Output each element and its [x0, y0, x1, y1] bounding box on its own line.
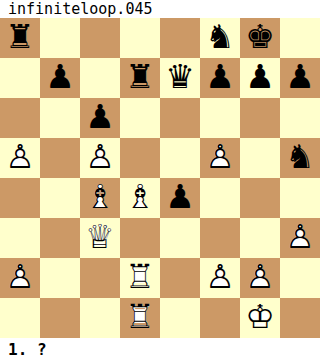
square-h1[interactable] — [280, 298, 320, 338]
black-pawn[interactable]: ♟ — [80, 98, 120, 138]
square-h6[interactable] — [280, 98, 320, 138]
black-pawn[interactable]: ♟ — [240, 58, 280, 98]
square-g3[interactable] — [240, 218, 280, 258]
white-pawn[interactable]: ♟♙ — [0, 258, 40, 298]
square-g6[interactable] — [240, 98, 280, 138]
square-c5[interactable]: ♟♙ — [80, 138, 120, 178]
square-c6[interactable]: ♟ — [80, 98, 120, 138]
square-h5[interactable]: ♞ — [280, 138, 320, 178]
white-pawn[interactable]: ♟♙ — [0, 138, 40, 178]
square-d8[interactable] — [120, 18, 160, 58]
move-prompt: 1. ? — [0, 338, 320, 360]
square-d6[interactable] — [120, 98, 160, 138]
puzzle-title: infiniteloop.045 — [0, 0, 320, 18]
square-b7[interactable]: ♟ — [40, 58, 80, 98]
square-a2[interactable]: ♟♙ — [0, 258, 40, 298]
square-b6[interactable] — [40, 98, 80, 138]
chess-board: ♜♞♚♟♜♛♟♟♟♟♟♙♟♙♟♙♞♝♗♝♗♟♛♕♟♙♟♙♜♖♟♙♟♙♜♖♚♔ — [0, 18, 320, 338]
square-c8[interactable] — [80, 18, 120, 58]
square-f8[interactable]: ♞ — [200, 18, 240, 58]
square-c4[interactable]: ♝♗ — [80, 178, 120, 218]
white-pawn[interactable]: ♟♙ — [240, 258, 280, 298]
square-e8[interactable] — [160, 18, 200, 58]
square-h2[interactable] — [280, 258, 320, 298]
black-knight[interactable]: ♞ — [200, 18, 240, 58]
square-g5[interactable] — [240, 138, 280, 178]
square-a7[interactable] — [0, 58, 40, 98]
black-rook[interactable]: ♜ — [120, 58, 160, 98]
square-b3[interactable] — [40, 218, 80, 258]
square-g7[interactable]: ♟ — [240, 58, 280, 98]
square-a6[interactable] — [0, 98, 40, 138]
square-d3[interactable] — [120, 218, 160, 258]
square-e2[interactable] — [160, 258, 200, 298]
square-b1[interactable] — [40, 298, 80, 338]
white-pawn[interactable]: ♟♙ — [280, 218, 320, 258]
square-g8[interactable]: ♚ — [240, 18, 280, 58]
square-e4[interactable]: ♟ — [160, 178, 200, 218]
square-d5[interactable] — [120, 138, 160, 178]
square-a5[interactable]: ♟♙ — [0, 138, 40, 178]
square-c1[interactable] — [80, 298, 120, 338]
black-pawn[interactable]: ♟ — [160, 178, 200, 218]
square-f4[interactable] — [200, 178, 240, 218]
square-e3[interactable] — [160, 218, 200, 258]
square-c7[interactable] — [80, 58, 120, 98]
square-g2[interactable]: ♟♙ — [240, 258, 280, 298]
square-b8[interactable] — [40, 18, 80, 58]
white-bishop[interactable]: ♝♗ — [80, 178, 120, 218]
square-f5[interactable]: ♟♙ — [200, 138, 240, 178]
square-f7[interactable]: ♟ — [200, 58, 240, 98]
square-d4[interactable]: ♝♗ — [120, 178, 160, 218]
black-pawn[interactable]: ♟ — [280, 58, 320, 98]
square-a8[interactable]: ♜ — [0, 18, 40, 58]
square-a1[interactable] — [0, 298, 40, 338]
square-b5[interactable] — [40, 138, 80, 178]
square-a3[interactable] — [0, 218, 40, 258]
black-pawn[interactable]: ♟ — [40, 58, 80, 98]
white-queen[interactable]: ♛♕ — [80, 218, 120, 258]
square-h7[interactable]: ♟ — [280, 58, 320, 98]
square-f2[interactable]: ♟♙ — [200, 258, 240, 298]
square-g1[interactable]: ♚♔ — [240, 298, 280, 338]
white-bishop[interactable]: ♝♗ — [120, 178, 160, 218]
white-pawn[interactable]: ♟♙ — [80, 138, 120, 178]
square-a4[interactable] — [0, 178, 40, 218]
square-d2[interactable]: ♜♖ — [120, 258, 160, 298]
square-e1[interactable] — [160, 298, 200, 338]
white-king[interactable]: ♚♔ — [240, 298, 280, 338]
square-d7[interactable]: ♜ — [120, 58, 160, 98]
black-rook[interactable]: ♜ — [0, 18, 40, 58]
black-knight[interactable]: ♞ — [280, 138, 320, 178]
square-h4[interactable] — [280, 178, 320, 218]
square-c2[interactable] — [80, 258, 120, 298]
square-c3[interactable]: ♛♕ — [80, 218, 120, 258]
square-f1[interactable] — [200, 298, 240, 338]
black-queen[interactable]: ♛ — [160, 58, 200, 98]
square-h3[interactable]: ♟♙ — [280, 218, 320, 258]
square-f3[interactable] — [200, 218, 240, 258]
square-h8[interactable] — [280, 18, 320, 58]
black-pawn[interactable]: ♟ — [200, 58, 240, 98]
square-g4[interactable] — [240, 178, 280, 218]
square-b2[interactable] — [40, 258, 80, 298]
black-king[interactable]: ♚ — [240, 18, 280, 58]
white-rook[interactable]: ♜♖ — [120, 298, 160, 338]
square-e7[interactable]: ♛ — [160, 58, 200, 98]
square-b4[interactable] — [40, 178, 80, 218]
white-pawn[interactable]: ♟♙ — [200, 138, 240, 178]
white-rook[interactable]: ♜♖ — [120, 258, 160, 298]
square-e6[interactable] — [160, 98, 200, 138]
square-f6[interactable] — [200, 98, 240, 138]
square-d1[interactable]: ♜♖ — [120, 298, 160, 338]
square-e5[interactable] — [160, 138, 200, 178]
white-pawn[interactable]: ♟♙ — [200, 258, 240, 298]
